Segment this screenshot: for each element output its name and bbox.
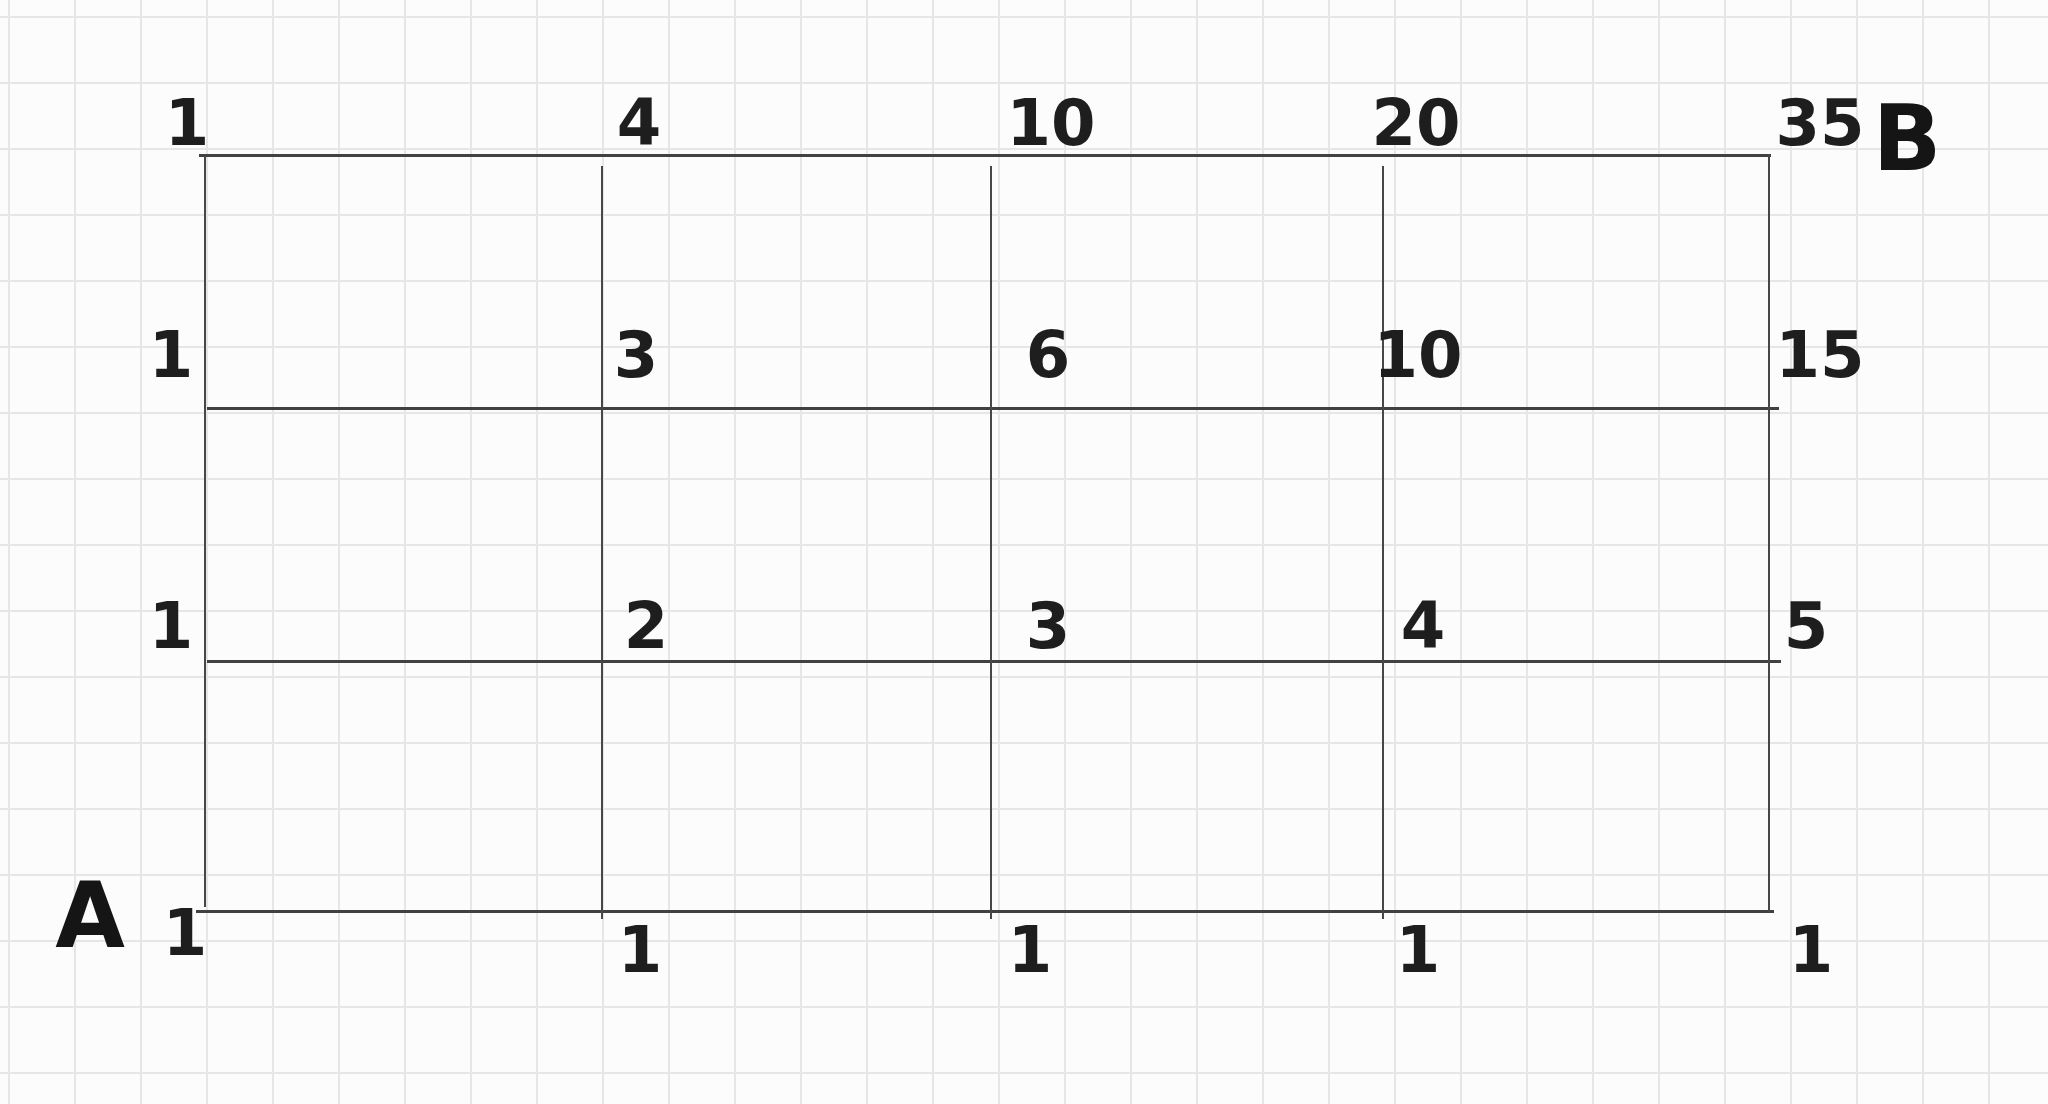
node-value-r1c3: 10: [1373, 323, 1462, 387]
node-value-r0c1: 4: [617, 91, 662, 155]
node-value-r1c4: 15: [1775, 323, 1864, 387]
end-label-B: B: [1873, 94, 1942, 184]
node-value-r3c0: 1: [163, 901, 208, 965]
node-value-r2c2: 3: [1026, 594, 1071, 658]
lattice-row-line-2: [207, 660, 1781, 663]
node-value-r1c1: 3: [614, 323, 659, 387]
node-value-r2c3: 4: [1401, 594, 1446, 658]
lattice-bottom-edge: [196, 910, 1774, 913]
start-label-A: A: [55, 871, 125, 961]
node-value-r2c0: 1: [149, 594, 194, 658]
whiteboard-canvas: 1 4 10 20 35 1 3 6 10 15 1 2 3 4 5 1 1 1…: [0, 0, 2048, 1104]
node-value-r1c2: 6: [1026, 323, 1071, 387]
node-value-r3c2: 1: [1008, 918, 1053, 982]
lattice-row-line-1: [207, 407, 1779, 410]
node-value-r0c4: 35: [1775, 91, 1864, 155]
lattice-col-line-1: [601, 166, 603, 919]
lattice-left-edge: [204, 156, 206, 907]
lattice-top-edge: [199, 154, 1771, 157]
node-value-r3c1: 1: [618, 918, 663, 982]
node-value-r0c0: 1: [165, 91, 210, 155]
node-value-r0c2: 10: [1006, 91, 1095, 155]
node-value-r3c4: 1: [1789, 918, 1834, 982]
lattice-col-line-3: [1382, 166, 1384, 919]
lattice-col-line-2: [990, 166, 992, 919]
lattice-right-edge: [1768, 154, 1770, 912]
node-value-r0c3: 20: [1371, 91, 1460, 155]
node-value-r1c0: 1: [149, 323, 194, 387]
node-value-r2c1: 2: [624, 594, 669, 658]
node-value-r3c3: 1: [1396, 918, 1441, 982]
node-value-r2c4: 5: [1784, 594, 1829, 658]
